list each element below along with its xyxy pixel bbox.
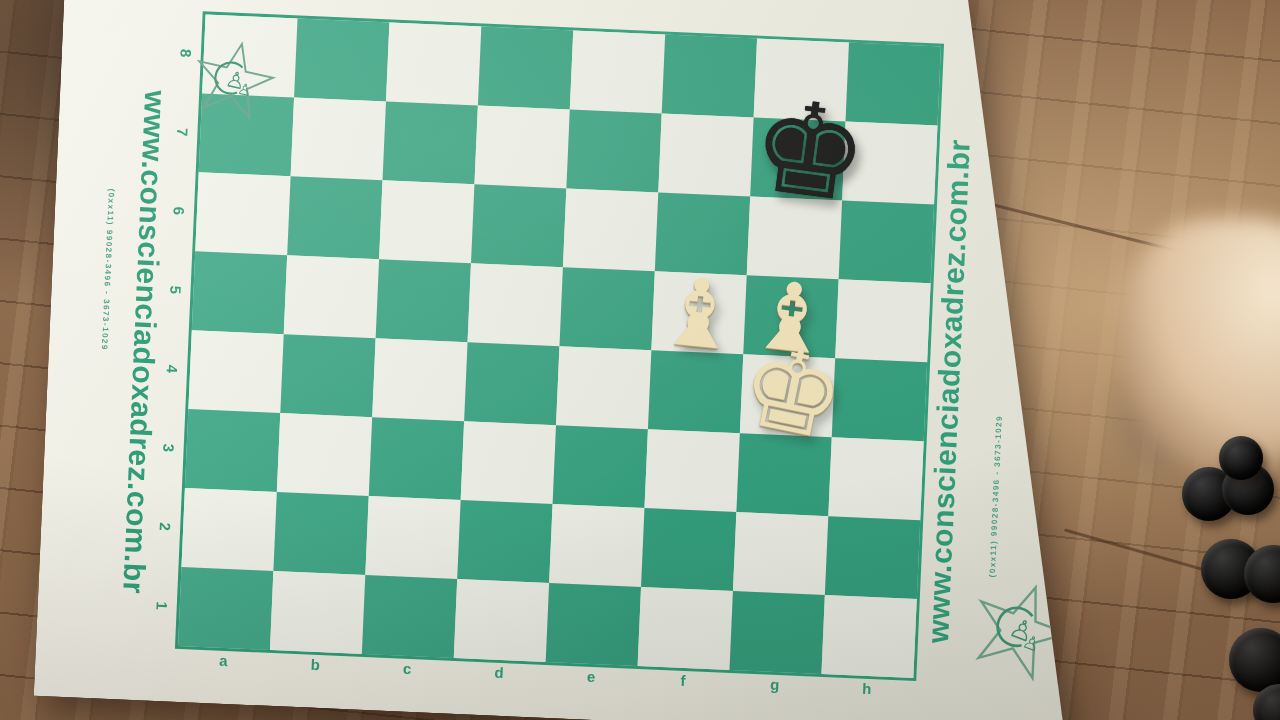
square-h2[interactable]: [825, 516, 920, 599]
rank-label-4: 4: [154, 329, 189, 409]
square-d8[interactable]: [478, 27, 573, 110]
square-a1[interactable]: [178, 567, 273, 650]
square-f7[interactable]: [658, 113, 753, 196]
square-b4[interactable]: [280, 334, 375, 417]
square-e8[interactable]: [570, 31, 665, 114]
square-a6[interactable]: [195, 172, 290, 255]
square-f2[interactable]: [641, 508, 736, 591]
file-label-e: e: [545, 666, 638, 687]
square-a3[interactable]: [185, 409, 280, 492]
square-d5[interactable]: [468, 263, 563, 346]
file-label-c: c: [361, 658, 454, 679]
rank-label-3: 3: [151, 408, 186, 488]
square-h3[interactable]: [828, 437, 923, 520]
square-c7[interactable]: [383, 101, 478, 184]
square-b2[interactable]: [273, 492, 368, 575]
star-chess-logo-icon: ♙♙: [185, 32, 283, 130]
square-f8[interactable]: [662, 35, 757, 118]
brand-phone-right: (0xx11) 99028-3496 - 3673-1029: [988, 415, 1004, 578]
square-e4[interactable]: [556, 346, 651, 429]
square-c2[interactable]: [365, 496, 460, 579]
rank-label-5: 5: [158, 250, 193, 330]
square-e5[interactable]: [559, 267, 654, 350]
square-d6[interactable]: [471, 184, 566, 267]
square-f3[interactable]: [644, 429, 739, 512]
square-d4[interactable]: [464, 342, 559, 425]
square-e1[interactable]: [546, 583, 641, 666]
square-d1[interactable]: [454, 579, 549, 662]
file-label-b: b: [269, 654, 362, 675]
rank-label-2: 2: [148, 487, 183, 567]
square-b3[interactable]: [277, 413, 372, 496]
piece-white-bishop-f5[interactable]: ♝: [649, 263, 750, 365]
square-d7[interactable]: [474, 105, 569, 188]
square-e6[interactable]: [563, 188, 658, 271]
rank-label-1: 1: [144, 565, 179, 645]
vinyl-chess-mat: www.conscienciadoxadrez.com.br www.consc…: [34, 0, 1136, 720]
square-c5[interactable]: [376, 259, 471, 342]
square-c8[interactable]: [386, 23, 481, 106]
square-e3[interactable]: [553, 425, 648, 508]
square-c6[interactable]: [379, 180, 474, 263]
file-label-d: d: [453, 662, 546, 683]
square-a5[interactable]: [192, 251, 287, 334]
logo-pawn-icon: ♙: [236, 80, 253, 100]
square-b5[interactable]: [284, 255, 379, 338]
square-d2[interactable]: [457, 500, 552, 583]
square-b7[interactable]: [291, 97, 386, 180]
file-label-h: h: [821, 678, 914, 699]
rank-label-6: 6: [161, 171, 196, 251]
square-c1[interactable]: [362, 575, 457, 658]
square-a2[interactable]: [181, 488, 276, 571]
square-a4[interactable]: [188, 330, 283, 413]
square-c4[interactable]: [372, 338, 467, 421]
square-b8[interactable]: [294, 18, 389, 101]
square-d3[interactable]: [461, 421, 556, 504]
square-c3[interactable]: [369, 417, 464, 500]
square-e2[interactable]: [549, 504, 644, 587]
brand-phone-left: (0xx11) 99028-3496 - 3673-1029: [100, 188, 116, 351]
blurred-hand: [1118, 218, 1280, 476]
square-g2[interactable]: [733, 512, 828, 595]
square-e7[interactable]: [566, 109, 661, 192]
file-label-f: f: [637, 670, 730, 691]
square-h1[interactable]: [821, 595, 916, 678]
piece-black-king-g7[interactable]: ♚: [744, 80, 852, 219]
captured-black-piece: [1219, 436, 1263, 480]
file-label-a: a: [177, 650, 270, 671]
square-b6[interactable]: [287, 176, 382, 259]
square-b1[interactable]: [270, 571, 365, 654]
square-f1[interactable]: [638, 587, 733, 670]
file-label-g: g: [729, 674, 822, 695]
square-g1[interactable]: [730, 591, 825, 674]
